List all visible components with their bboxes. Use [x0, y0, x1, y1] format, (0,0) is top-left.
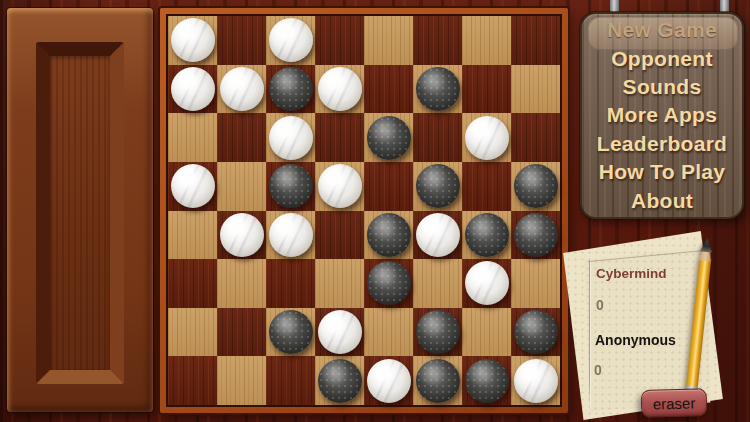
cell-r3c8[interactable] — [511, 113, 560, 162]
cell-r8c7[interactable] — [462, 356, 511, 405]
cell-r7c2[interactable] — [217, 308, 266, 357]
cell-r8c5[interactable] — [364, 356, 413, 405]
cell-r3c5[interactable] — [364, 113, 413, 162]
checker-black[interactable] — [269, 67, 313, 111]
cell-r4c3[interactable] — [266, 162, 315, 211]
cell-r2c2[interactable] — [217, 65, 266, 114]
checkers-board — [160, 8, 568, 413]
cell-r1c5[interactable] — [364, 16, 413, 65]
checker-white[interactable] — [465, 116, 509, 160]
checker-white[interactable] — [416, 213, 460, 257]
cell-r4c5[interactable] — [364, 162, 413, 211]
checker-white[interactable] — [465, 261, 509, 305]
cell-r1c1[interactable] — [168, 16, 217, 65]
checker-black[interactable] — [367, 116, 411, 160]
checker-black[interactable] — [269, 310, 313, 354]
cell-r7c6[interactable] — [413, 308, 462, 357]
cell-r7c4[interactable] — [315, 308, 364, 357]
checker-white[interactable] — [318, 310, 362, 354]
checker-white[interactable] — [318, 67, 362, 111]
cell-r7c5[interactable] — [364, 308, 413, 357]
cell-r5c2[interactable] — [217, 211, 266, 260]
cell-r5c8[interactable] — [511, 211, 560, 260]
cell-r5c7[interactable] — [462, 211, 511, 260]
cell-r1c3[interactable] — [266, 16, 315, 65]
menu-item-leaderboard[interactable]: Leaderboard — [582, 130, 742, 158]
cell-r4c6[interactable] — [413, 162, 462, 211]
checker-white[interactable] — [269, 213, 313, 257]
checker-black[interactable] — [416, 310, 460, 354]
cell-r5c6[interactable] — [413, 211, 462, 260]
checker-white[interactable] — [171, 164, 215, 208]
menu-item-opponent[interactable]: Opponent — [582, 45, 742, 73]
cell-r8c3[interactable] — [266, 356, 315, 405]
cell-r3c6[interactable] — [413, 113, 462, 162]
checker-black[interactable] — [416, 67, 460, 111]
cell-r5c1[interactable] — [168, 211, 217, 260]
pencil-wood-cone — [699, 251, 712, 261]
cell-r2c6[interactable] — [413, 65, 462, 114]
checker-black[interactable] — [416, 164, 460, 208]
cell-r7c1[interactable] — [168, 308, 217, 357]
checker-black[interactable] — [514, 213, 558, 257]
cell-r5c3[interactable] — [266, 211, 315, 260]
cell-r4c2[interactable] — [217, 162, 266, 211]
cell-r6c3[interactable] — [266, 259, 315, 308]
cell-r6c8[interactable] — [511, 259, 560, 308]
cell-r2c3[interactable] — [266, 65, 315, 114]
wooden-side-panel-recess — [36, 42, 124, 384]
checker-black[interactable] — [318, 359, 362, 403]
menu-item-new-game[interactable]: New Game — [582, 16, 742, 44]
cell-r2c8[interactable] — [511, 65, 560, 114]
cell-r3c3[interactable] — [266, 113, 315, 162]
checker-white[interactable] — [171, 18, 215, 62]
checker-white[interactable] — [171, 67, 215, 111]
cell-r8c8[interactable] — [511, 356, 560, 405]
cell-r6c2[interactable] — [217, 259, 266, 308]
checker-white[interactable] — [220, 213, 264, 257]
checker-black[interactable] — [514, 310, 558, 354]
cell-r3c2[interactable] — [217, 113, 266, 162]
checker-black[interactable] — [465, 213, 509, 257]
cell-r1c6[interactable] — [413, 16, 462, 65]
checker-black[interactable] — [416, 359, 460, 403]
eraser-button[interactable]: eraser — [641, 388, 708, 418]
pencil-tip — [700, 237, 713, 252]
cell-r1c4[interactable] — [315, 16, 364, 65]
cell-r6c4[interactable] — [315, 259, 364, 308]
cell-r4c4[interactable] — [315, 162, 364, 211]
cell-r4c1[interactable] — [168, 162, 217, 211]
cell-r5c4[interactable] — [315, 211, 364, 260]
checker-black[interactable] — [269, 164, 313, 208]
cell-r2c4[interactable] — [315, 65, 364, 114]
cell-r2c7[interactable] — [462, 65, 511, 114]
checker-black[interactable] — [367, 213, 411, 257]
cell-r6c6[interactable] — [413, 259, 462, 308]
cell-r8c4[interactable] — [315, 356, 364, 405]
cell-r3c4[interactable] — [315, 113, 364, 162]
menu-item-more-apps[interactable]: More Apps — [582, 101, 742, 129]
checker-white[interactable] — [514, 359, 558, 403]
cell-r4c7[interactable] — [462, 162, 511, 211]
cell-r5c5[interactable] — [364, 211, 413, 260]
cell-r6c1[interactable] — [168, 259, 217, 308]
cell-r2c1[interactable] — [168, 65, 217, 114]
checker-white[interactable] — [269, 18, 313, 62]
checker-white[interactable] — [220, 67, 264, 111]
cell-r4c8[interactable] — [511, 162, 560, 211]
cell-r3c7[interactable] — [462, 113, 511, 162]
cell-r8c6[interactable] — [413, 356, 462, 405]
checker-black[interactable] — [514, 164, 558, 208]
checker-white[interactable] — [367, 359, 411, 403]
cell-r6c5[interactable] — [364, 259, 413, 308]
board-grid — [168, 16, 560, 405]
menu-panel: New Game Opponent Sounds More Apps Leade… — [580, 12, 744, 219]
menu-item-about[interactable]: About — [582, 187, 742, 215]
cell-r3c1[interactable] — [168, 113, 217, 162]
cell-r8c2[interactable] — [217, 356, 266, 405]
cell-r1c8[interactable] — [511, 16, 560, 65]
cell-r7c7[interactable] — [462, 308, 511, 357]
cell-r2c5[interactable] — [364, 65, 413, 114]
player-name-cybermind: Cybermind — [596, 266, 667, 281]
checker-white[interactable] — [269, 116, 313, 160]
checker-black[interactable] — [465, 359, 509, 403]
app-screen: New Game Opponent Sounds More Apps Leade… — [0, 0, 750, 422]
checker-white[interactable] — [318, 164, 362, 208]
cell-r6c7[interactable] — [462, 259, 511, 308]
checker-black[interactable] — [367, 261, 411, 305]
menu-item-how-to-play[interactable]: How To Play — [582, 158, 742, 186]
wooden-side-panel — [7, 8, 153, 412]
score-pad: Cybermind 0 Anonymous 0 eraser — [556, 226, 750, 422]
menu-item-sounds[interactable]: Sounds — [582, 73, 742, 101]
player-score-anonymous: 0 — [594, 362, 602, 378]
player-score-cybermind: 0 — [596, 297, 604, 313]
cell-r8c1[interactable] — [168, 356, 217, 405]
player-name-anonymous: Anonymous — [595, 332, 676, 348]
cell-r1c2[interactable] — [217, 16, 266, 65]
cell-r7c3[interactable] — [266, 308, 315, 357]
cell-r7c8[interactable] — [511, 308, 560, 357]
cell-r1c7[interactable] — [462, 16, 511, 65]
